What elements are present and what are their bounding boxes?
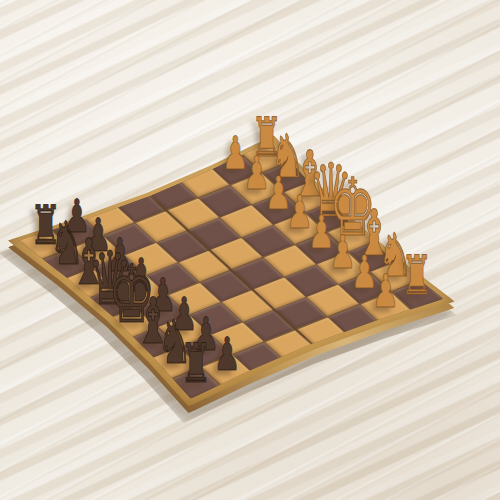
chess-board: ♜♞♝♛♚♝♞♜♟♟♟♟♟♟♟♟♟♟♟♟♟♟♟♟♜♞♝♛♚♝♞♜ — [0, 0, 500, 500]
piece-white-pawn: ♟ — [364, 239, 406, 315]
pieces-layer: ♜♞♝♛♚♝♞♜♟♟♟♟♟♟♟♟♟♟♟♟♟♟♟♟♜♞♝♛♚♝♞♜ — [19, 141, 444, 399]
scene: ♜♞♝♛♚♝♞♜♟♟♟♟♟♟♟♟♟♟♟♟♟♟♟♟♜♞♝♛♚♝♞♜ — [0, 0, 500, 500]
piece-black-rook: ♜ — [175, 315, 217, 391]
